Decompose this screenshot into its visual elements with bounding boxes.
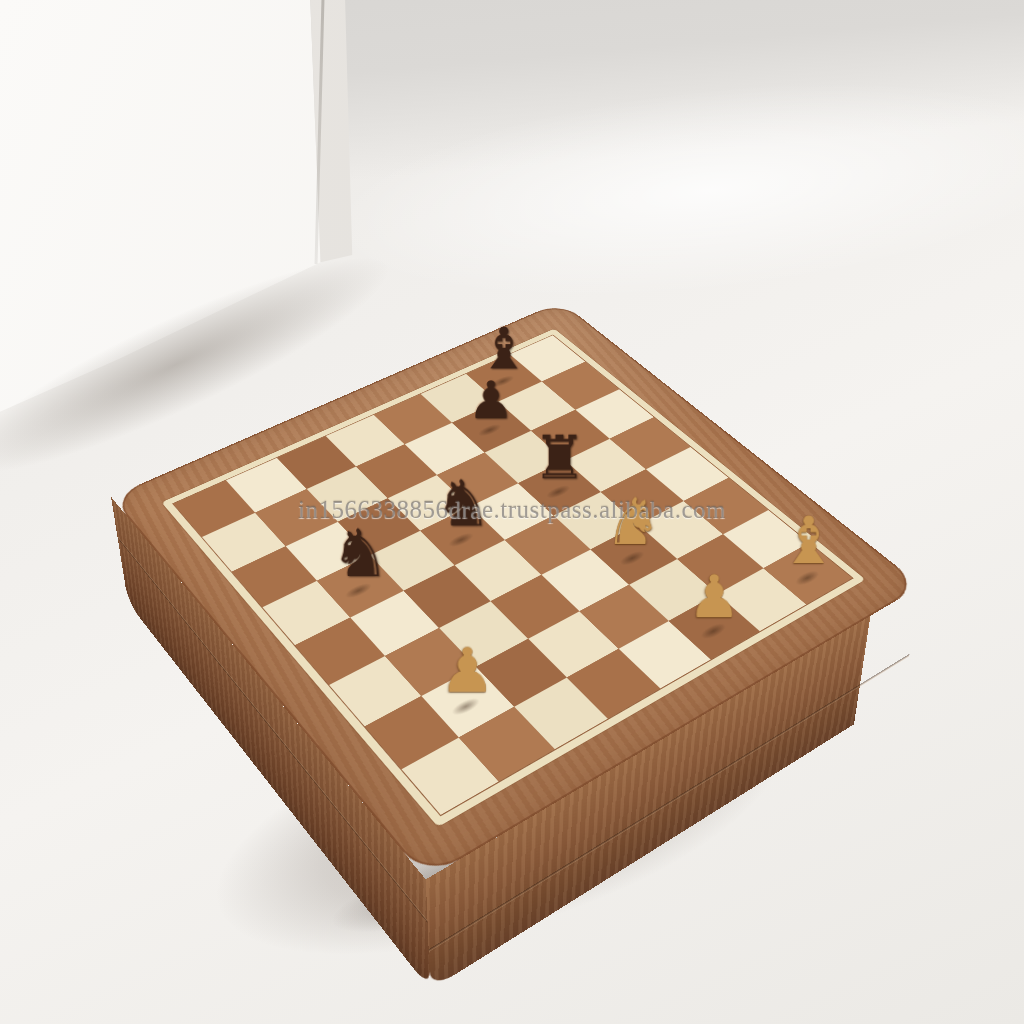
white-pawn-glyph: ♟ (401, 640, 533, 702)
chess-box: ♝♟♞♞♜♞♟♟♝ (111, 302, 921, 880)
black-knight-glyph: ♞ (298, 520, 421, 586)
white-pawn-glyph: ♟ (651, 567, 777, 626)
board-top: ♝♟♞♞♜♞♟♟♝ (111, 302, 921, 880)
black-pawn-glyph: ♟ (435, 375, 547, 427)
white-bishop-glyph: ♝ (747, 508, 869, 573)
watermark-text: in1566338856drae.trustpass.alibaba.com (298, 496, 726, 524)
